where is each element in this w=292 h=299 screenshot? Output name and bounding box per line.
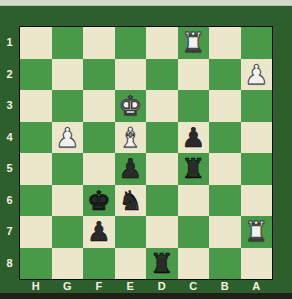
square-h2[interactable] [20,59,52,91]
file-label-f: F [83,279,115,293]
square-c5[interactable]: ♜ [178,153,210,185]
square-a6[interactable] [241,185,273,217]
square-f2[interactable] [83,59,115,91]
piece-black-king: ♚ [87,185,111,217]
square-g6[interactable] [52,185,84,217]
square-b2[interactable] [209,59,241,91]
square-h6[interactable] [20,185,52,217]
square-h4[interactable] [20,122,52,154]
piece-black-pawn: ♟ [87,216,111,248]
square-d6[interactable] [146,185,178,217]
square-b8[interactable] [209,248,241,280]
square-a2[interactable]: ♟ [241,59,273,91]
square-h8[interactable] [20,248,52,280]
top-edge-strip [0,0,292,6]
rank-label-6: 6 [0,185,19,217]
square-f5[interactable] [83,153,115,185]
piece-white-pawn: ♟ [244,59,268,91]
square-e6[interactable]: ♞ [115,185,147,217]
square-g8[interactable] [52,248,84,280]
rank-label-3: 3 [0,90,19,122]
rank-labels: 12345678 [0,27,19,279]
rank-label-1: 1 [0,27,19,59]
square-g2[interactable] [52,59,84,91]
square-b7[interactable] [209,216,241,248]
square-b3[interactable] [209,90,241,122]
square-f4[interactable] [83,122,115,154]
square-e4[interactable]: ♝ [115,122,147,154]
square-d1[interactable] [146,27,178,59]
square-h5[interactable] [20,153,52,185]
square-b1[interactable] [209,27,241,59]
square-g3[interactable] [52,90,84,122]
chess-board[interactable]: ♜♟♚♟♝♟♟♜♚♞♟♜♜ [19,26,273,280]
square-d2[interactable] [146,59,178,91]
piece-black-knight: ♞ [118,185,142,217]
square-d5[interactable] [146,153,178,185]
square-e3[interactable]: ♚ [115,90,147,122]
square-e5[interactable]: ♟ [115,153,147,185]
chess-board-widget: 12345678 ♜♟♚♟♝♟♟♜♚♞♟♜♜ HGFEDCBA [0,0,292,299]
square-c3[interactable] [178,90,210,122]
rank-label-7: 7 [0,216,19,248]
file-labels: HGFEDCBA [20,279,272,293]
square-d7[interactable] [146,216,178,248]
file-label-d: D [146,279,178,293]
square-c8[interactable] [178,248,210,280]
square-a1[interactable] [241,27,273,59]
square-c1[interactable]: ♜ [178,27,210,59]
file-label-h: H [20,279,52,293]
piece-black-rook: ♜ [150,248,174,280]
square-b5[interactable] [209,153,241,185]
piece-white-rook: ♜ [244,216,268,248]
square-f7[interactable]: ♟ [83,216,115,248]
square-d4[interactable] [146,122,178,154]
piece-black-pawn: ♟ [181,122,205,154]
piece-black-pawn: ♟ [118,153,142,185]
square-g1[interactable] [52,27,84,59]
square-d3[interactable] [146,90,178,122]
rank-label-5: 5 [0,153,19,185]
square-g7[interactable] [52,216,84,248]
rank-label-4: 4 [0,122,19,154]
square-h3[interactable] [20,90,52,122]
square-d8[interactable]: ♜ [146,248,178,280]
square-h1[interactable] [20,27,52,59]
square-a7[interactable]: ♜ [241,216,273,248]
file-label-e: E [115,279,147,293]
square-c7[interactable] [178,216,210,248]
square-g4[interactable]: ♟ [52,122,84,154]
square-f1[interactable] [83,27,115,59]
square-g5[interactable] [52,153,84,185]
rank-label-8: 8 [0,248,19,280]
square-a3[interactable] [241,90,273,122]
square-e2[interactable] [115,59,147,91]
square-f6[interactable]: ♚ [83,185,115,217]
square-e1[interactable] [115,27,147,59]
bottom-edge-strip [0,293,292,299]
square-c4[interactable]: ♟ [178,122,210,154]
file-label-g: G [52,279,84,293]
piece-white-pawn: ♟ [55,122,79,154]
file-label-b: B [209,279,241,293]
rank-label-2: 2 [0,59,19,91]
square-f8[interactable] [83,248,115,280]
piece-white-bishop: ♝ [118,122,142,154]
square-c2[interactable] [178,59,210,91]
file-label-a: A [241,279,273,293]
square-a4[interactable] [241,122,273,154]
square-b6[interactable] [209,185,241,217]
square-h7[interactable] [20,216,52,248]
square-e7[interactable] [115,216,147,248]
square-a5[interactable] [241,153,273,185]
piece-black-rook: ♜ [181,153,205,185]
piece-white-rook: ♜ [181,27,205,59]
square-c6[interactable] [178,185,210,217]
square-a8[interactable] [241,248,273,280]
file-label-c: C [178,279,210,293]
square-e8[interactable] [115,248,147,280]
square-b4[interactable] [209,122,241,154]
piece-white-king: ♚ [118,90,142,122]
square-f3[interactable] [83,90,115,122]
